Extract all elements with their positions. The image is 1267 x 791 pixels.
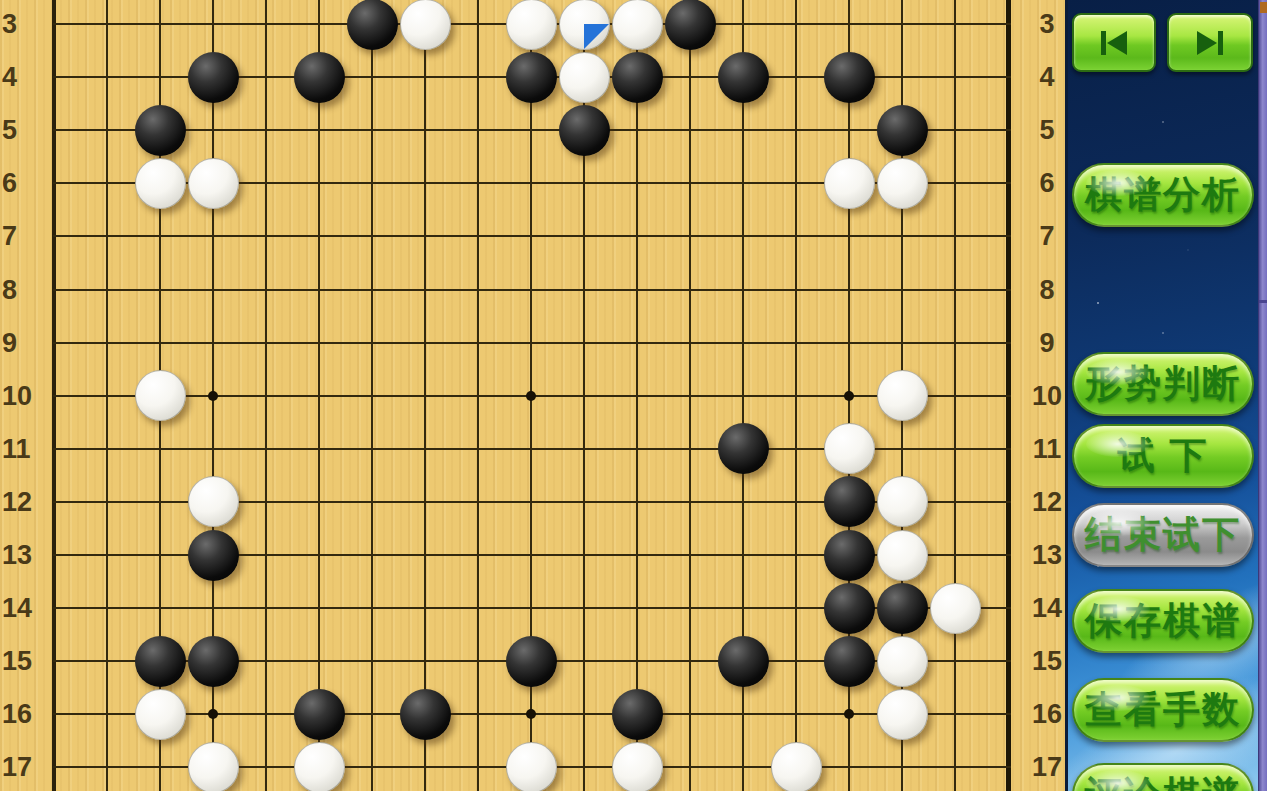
black-stone — [347, 0, 398, 50]
white-stone — [188, 742, 239, 791]
row-label-left-9: 9 — [2, 328, 36, 358]
star-point — [208, 709, 218, 719]
black-stone — [506, 636, 557, 687]
view-move-numbers-button[interactable]: 查看手数 — [1072, 678, 1254, 742]
row-label-left-13: 13 — [2, 540, 36, 570]
row-label-left-3: 3 — [2, 9, 36, 39]
analyze-record-button[interactable]: 棋谱分析 — [1072, 163, 1254, 227]
white-stone — [824, 423, 875, 474]
row-label-right-13: 13 — [1030, 540, 1064, 570]
row-label-left-10: 10 — [2, 381, 36, 411]
star-point — [526, 391, 536, 401]
black-stone — [665, 0, 716, 50]
row-label-left-11: 11 — [2, 434, 36, 464]
white-stone — [877, 530, 928, 581]
white-stone — [824, 158, 875, 209]
star-point — [526, 709, 536, 719]
black-stone — [824, 52, 875, 103]
black-stone — [188, 636, 239, 687]
black-stone — [718, 636, 769, 687]
black-stone — [188, 52, 239, 103]
row-label-right-6: 6 — [1030, 168, 1064, 198]
white-stone — [930, 583, 981, 634]
comment-record-button[interactable]: 评论棋谱 — [1072, 763, 1254, 791]
black-stone — [824, 530, 875, 581]
row-label-right-11: 11 — [1030, 434, 1064, 464]
grid-line-horizontal — [53, 289, 1011, 291]
black-stone — [135, 636, 186, 687]
black-stone — [400, 689, 451, 740]
star-point — [208, 391, 218, 401]
row-label-left-5: 5 — [2, 115, 36, 145]
end-trial-button[interactable]: 结束试下 — [1072, 503, 1254, 567]
black-stone — [718, 52, 769, 103]
edge-seam — [1259, 300, 1267, 303]
row-label-right-4: 4 — [1030, 62, 1064, 92]
skip-to-end-icon — [1190, 28, 1230, 58]
row-label-left-7: 7 — [2, 221, 36, 251]
white-stone — [771, 742, 822, 791]
black-stone — [824, 476, 875, 527]
black-stone — [612, 52, 663, 103]
white-stone — [188, 158, 239, 209]
white-stone — [188, 476, 239, 527]
black-stone — [559, 105, 610, 156]
edge-notch — [1260, 2, 1267, 13]
go-board[interactable]: 3344556677889910101111121213131414151516… — [0, 0, 1065, 791]
white-stone — [877, 689, 928, 740]
black-stone — [877, 105, 928, 156]
white-stone — [877, 158, 928, 209]
row-label-right-7: 7 — [1030, 221, 1064, 251]
row-label-left-15: 15 — [2, 646, 36, 676]
grid-line-horizontal — [53, 342, 1011, 344]
row-label-left-16: 16 — [2, 699, 36, 729]
black-stone — [294, 689, 345, 740]
row-label-right-3: 3 — [1030, 9, 1064, 39]
position-judgment-button[interactable]: 形势判断 — [1072, 352, 1254, 416]
white-stone — [612, 0, 663, 50]
row-label-right-9: 9 — [1030, 328, 1064, 358]
row-label-right-16: 16 — [1030, 699, 1064, 729]
row-label-right-8: 8 — [1030, 275, 1064, 305]
row-label-right-14: 14 — [1030, 593, 1064, 623]
white-stone — [559, 52, 610, 103]
white-stone — [612, 742, 663, 791]
go-app-window: 3344556677889910101111121213131414151516… — [0, 0, 1267, 791]
white-stone — [135, 689, 186, 740]
skip-to-end-button[interactable] — [1167, 13, 1253, 72]
white-stone — [877, 476, 928, 527]
row-label-right-12: 12 — [1030, 487, 1064, 517]
trial-move-button[interactable]: 试 下 — [1072, 424, 1254, 488]
window-edge-strip — [1258, 0, 1267, 791]
grid-line-horizontal — [53, 129, 1011, 131]
grid-line-horizontal — [53, 235, 1011, 237]
black-stone — [188, 530, 239, 581]
row-label-left-8: 8 — [2, 275, 36, 305]
skip-to-start-icon — [1094, 28, 1134, 58]
sidebar: 棋谱分析 形势判断 试 下 结束试下 保存棋谱 查看手数 评论棋谱 — [1065, 0, 1258, 791]
star-point — [844, 391, 854, 401]
row-label-left-17: 17 — [2, 752, 36, 782]
skip-to-start-button[interactable] — [1072, 13, 1156, 72]
row-label-left-4: 4 — [2, 62, 36, 92]
black-stone — [824, 583, 875, 634]
white-stone — [877, 370, 928, 421]
black-stone — [877, 583, 928, 634]
white-stone — [506, 742, 557, 791]
star-point — [844, 709, 854, 719]
row-label-right-15: 15 — [1030, 646, 1064, 676]
row-label-right-17: 17 — [1030, 752, 1064, 782]
black-stone — [506, 52, 557, 103]
black-stone — [294, 52, 345, 103]
white-stone — [135, 370, 186, 421]
black-stone — [135, 105, 186, 156]
black-stone — [718, 423, 769, 474]
white-stone — [400, 0, 451, 50]
white-stone — [135, 158, 186, 209]
row-label-right-5: 5 — [1030, 115, 1064, 145]
row-label-left-12: 12 — [2, 487, 36, 517]
row-label-left-6: 6 — [2, 168, 36, 198]
row-label-left-14: 14 — [2, 593, 36, 623]
black-stone — [612, 689, 663, 740]
row-label-right-10: 10 — [1030, 381, 1064, 411]
black-stone — [824, 636, 875, 687]
white-stone — [877, 636, 928, 687]
save-record-button[interactable]: 保存棋谱 — [1072, 589, 1254, 653]
white-stone — [294, 742, 345, 791]
white-stone — [506, 0, 557, 50]
